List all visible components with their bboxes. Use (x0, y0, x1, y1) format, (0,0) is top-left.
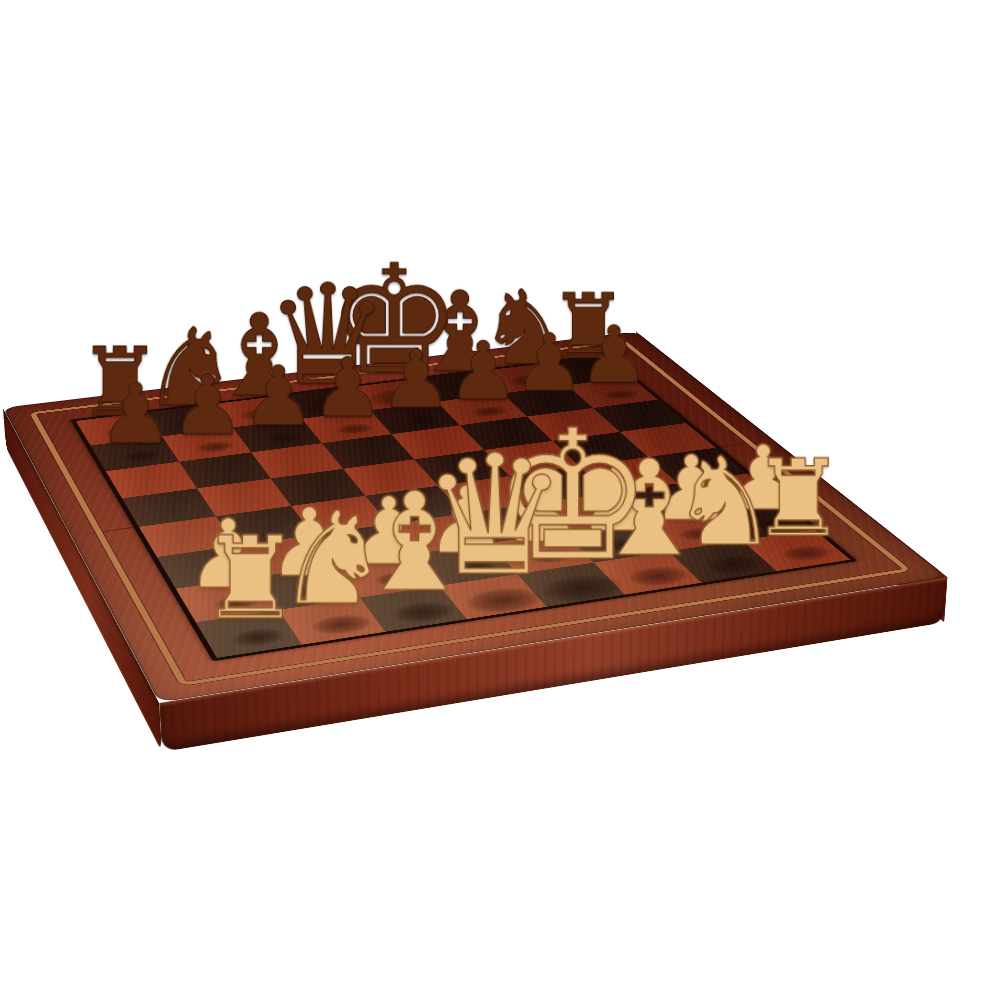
chessboard: ♜♞♝♛♚♝♞♜♟♟♟♟♟♟♟♟♟♟♟♟♟♟♟♟♜♞♝♛♚♝♞♜ (3, 332, 948, 703)
white-rook-glyph: ♜ (124, 522, 375, 636)
black-pawn-glyph: ♟ (29, 372, 243, 456)
product-photo-scene: ♜♞♝♛♚♝♞♜♟♟♟♟♟♟♟♟♟♟♟♟♟♟♟♟♜♞♝♛♚♝♞♜ (0, 0, 1000, 1000)
